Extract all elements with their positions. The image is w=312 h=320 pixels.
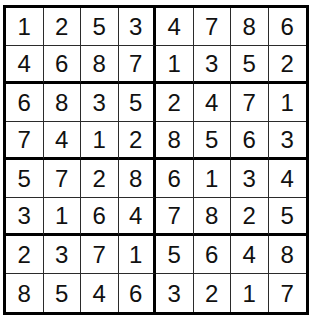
cell-r4c5: 8 bbox=[156, 122, 194, 160]
cell-r3c4: 5 bbox=[119, 84, 157, 122]
cell-r6c3: 6 bbox=[81, 198, 119, 236]
cell-r6c5: 7 bbox=[156, 198, 194, 236]
cell-r6c8: 5 bbox=[269, 198, 307, 236]
cell-r3c5: 2 bbox=[156, 84, 194, 122]
cell-r8c6: 2 bbox=[194, 274, 232, 312]
cell-r7c2: 3 bbox=[44, 236, 82, 274]
cell-r1c6: 7 bbox=[194, 8, 232, 46]
cell-r3c8: 1 bbox=[269, 84, 307, 122]
cell-r2c2: 6 bbox=[44, 46, 82, 84]
cell-r5c8: 4 bbox=[269, 160, 307, 198]
cell-r7c3: 7 bbox=[81, 236, 119, 274]
cell-r8c2: 5 bbox=[44, 274, 82, 312]
sudoku-board: 1253478646871352683524717412856357286134… bbox=[3, 5, 309, 315]
cell-r7c4: 1 bbox=[119, 236, 157, 274]
cell-r7c7: 4 bbox=[231, 236, 269, 274]
cell-r2c8: 2 bbox=[269, 46, 307, 84]
cell-r6c4: 4 bbox=[119, 198, 157, 236]
cell-r5c4: 8 bbox=[119, 160, 157, 198]
cell-r4c8: 3 bbox=[269, 122, 307, 160]
cell-r8c8: 7 bbox=[269, 274, 307, 312]
cell-r7c8: 8 bbox=[269, 236, 307, 274]
cell-r5c5: 6 bbox=[156, 160, 194, 198]
cell-r2c7: 5 bbox=[231, 46, 269, 84]
cell-r2c4: 7 bbox=[119, 46, 157, 84]
cell-r3c2: 8 bbox=[44, 84, 82, 122]
cell-r5c1: 5 bbox=[6, 160, 44, 198]
cell-r6c1: 3 bbox=[6, 198, 44, 236]
cell-r1c7: 8 bbox=[231, 8, 269, 46]
cell-r5c2: 7 bbox=[44, 160, 82, 198]
cell-r1c2: 2 bbox=[44, 8, 82, 46]
cell-r8c5: 3 bbox=[156, 274, 194, 312]
cell-r3c1: 6 bbox=[6, 84, 44, 122]
cell-r2c1: 4 bbox=[6, 46, 44, 84]
cell-r8c7: 1 bbox=[231, 274, 269, 312]
cell-r1c4: 3 bbox=[119, 8, 157, 46]
cell-r4c6: 5 bbox=[194, 122, 232, 160]
cell-r2c3: 8 bbox=[81, 46, 119, 84]
cell-r1c3: 5 bbox=[81, 8, 119, 46]
cell-r6c6: 8 bbox=[194, 198, 232, 236]
cell-r7c1: 2 bbox=[6, 236, 44, 274]
cell-r6c7: 2 bbox=[231, 198, 269, 236]
cell-r8c3: 4 bbox=[81, 274, 119, 312]
cell-r4c4: 2 bbox=[119, 122, 157, 160]
cell-r8c4: 6 bbox=[119, 274, 157, 312]
cell-r1c1: 1 bbox=[6, 8, 44, 46]
cell-r3c3: 3 bbox=[81, 84, 119, 122]
cell-r3c7: 7 bbox=[231, 84, 269, 122]
cell-r5c7: 3 bbox=[231, 160, 269, 198]
cell-r1c5: 4 bbox=[156, 8, 194, 46]
cell-r5c3: 2 bbox=[81, 160, 119, 198]
cell-r1c8: 6 bbox=[269, 8, 307, 46]
cell-r7c5: 5 bbox=[156, 236, 194, 274]
cell-r4c7: 6 bbox=[231, 122, 269, 160]
cell-r6c2: 1 bbox=[44, 198, 82, 236]
cell-r4c2: 4 bbox=[44, 122, 82, 160]
cell-r3c6: 4 bbox=[194, 84, 232, 122]
cell-r2c6: 3 bbox=[194, 46, 232, 84]
cell-r5c6: 1 bbox=[194, 160, 232, 198]
cell-r4c3: 1 bbox=[81, 122, 119, 160]
cell-r2c5: 1 bbox=[156, 46, 194, 84]
cell-r7c6: 6 bbox=[194, 236, 232, 274]
cell-r4c1: 7 bbox=[6, 122, 44, 160]
cell-r8c1: 8 bbox=[6, 274, 44, 312]
